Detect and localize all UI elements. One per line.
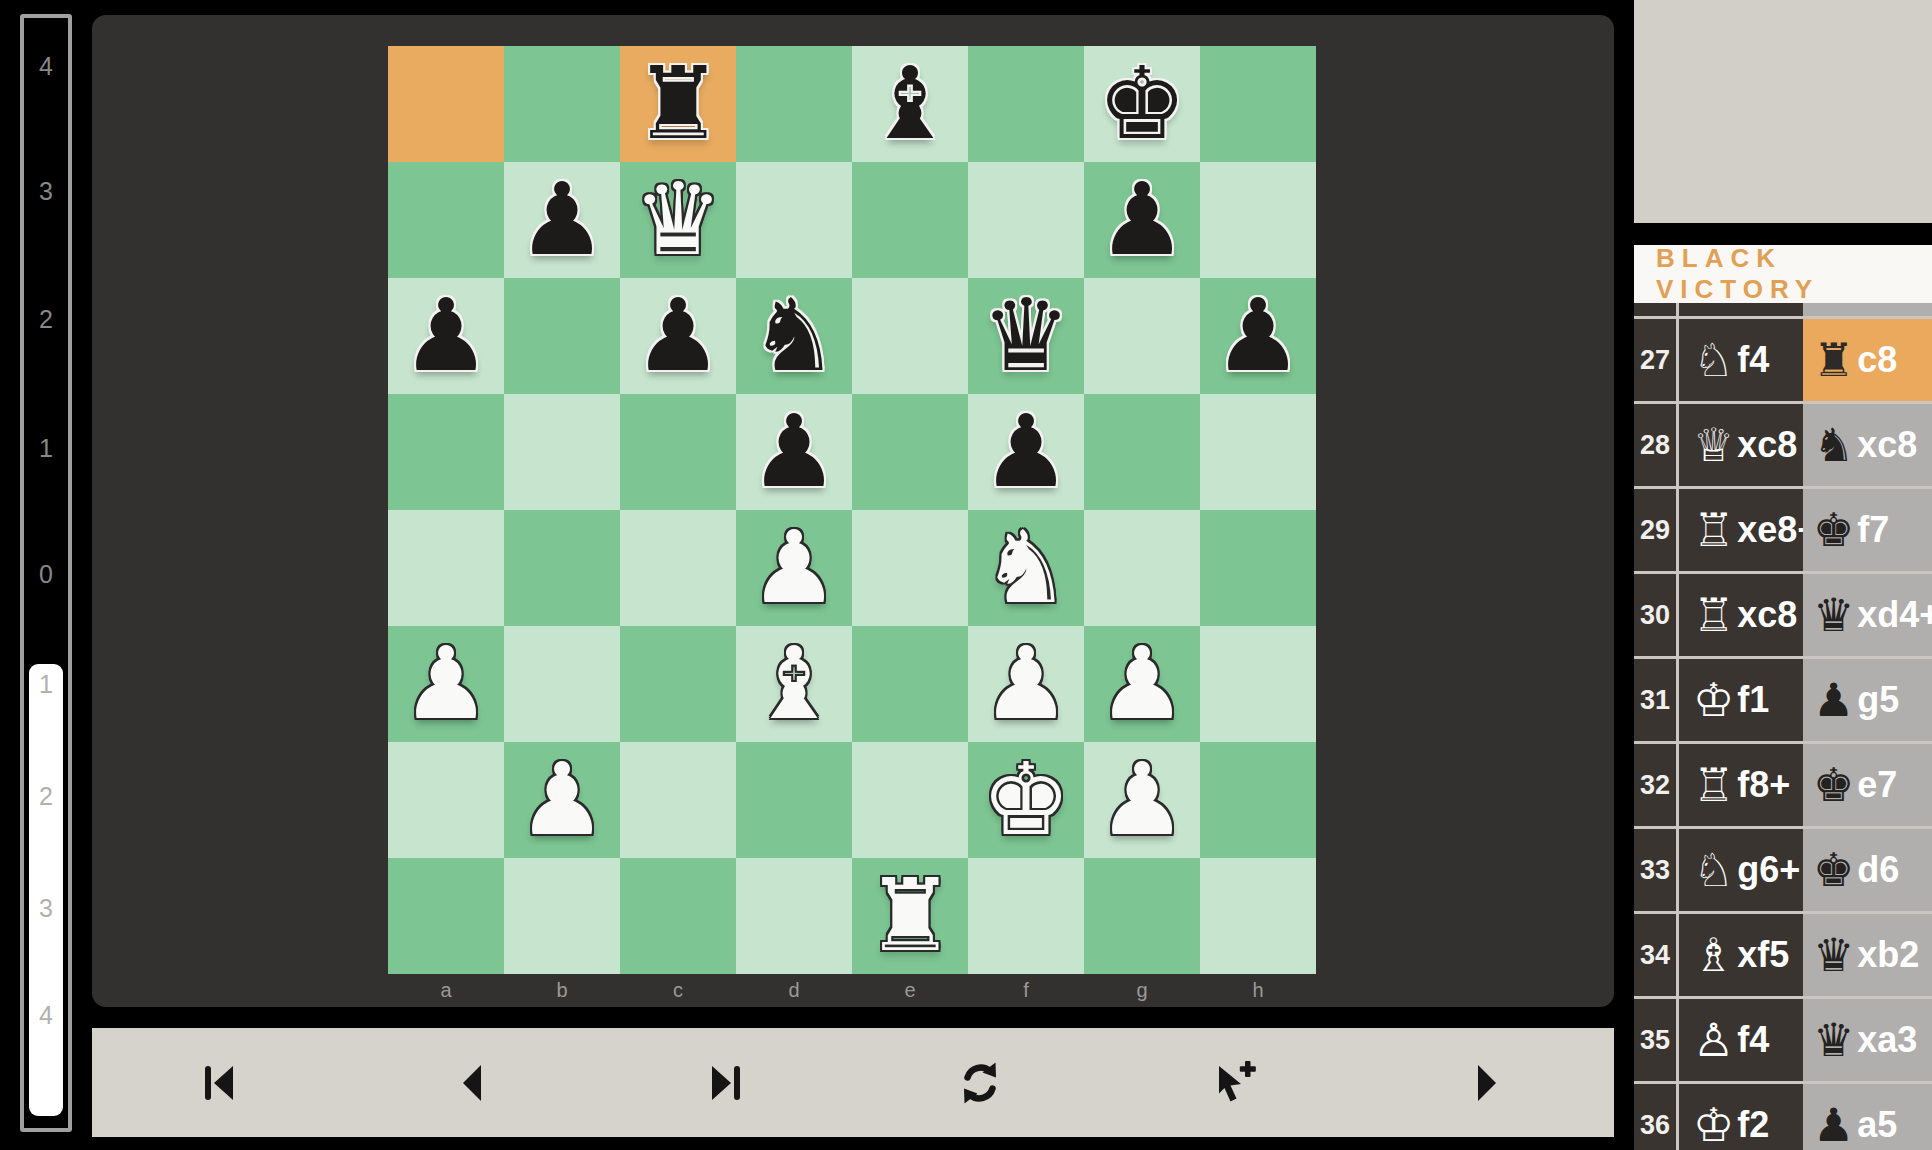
square-e7[interactable]	[852, 162, 968, 278]
white-king-icon: ♔	[1693, 1102, 1734, 1148]
white-queen-icon: ♕	[1693, 422, 1734, 468]
square-e4[interactable]	[852, 510, 968, 626]
skip-to-end-icon	[702, 1059, 750, 1107]
move-text: f4	[1737, 339, 1769, 381]
square-c1[interactable]	[620, 858, 736, 974]
move-row: 27 ♘ f4 ♜ c8	[1634, 319, 1932, 401]
move-row-partial	[1634, 303, 1932, 316]
white-rook-icon: ♖	[1693, 762, 1734, 808]
refresh-button[interactable]	[948, 1051, 1012, 1115]
move-text: f7	[1857, 509, 1889, 551]
move-row: 32 ♖ f8+ ♚ e7	[1634, 744, 1932, 826]
black-pawn: ♟	[401, 278, 491, 394]
black-king-icon: ♚	[1813, 847, 1854, 893]
square-g5[interactable]	[1084, 394, 1200, 510]
square-c2[interactable]	[620, 742, 736, 858]
square-b8[interactable]	[504, 46, 620, 162]
move-number: 33	[1634, 829, 1676, 911]
black-rook-icon: ♜	[1813, 337, 1854, 383]
file-labels: abcdefgh	[388, 976, 1316, 1004]
square-c7[interactable]: ♛	[620, 162, 736, 278]
square-f2[interactable]: ♚	[968, 742, 1084, 858]
square-c4[interactable]	[620, 510, 736, 626]
square-h3[interactable]	[1200, 626, 1316, 742]
move-row: 31 ♔ f1 ♟ g5	[1634, 659, 1932, 741]
square-f8[interactable]	[968, 46, 1084, 162]
square-d5[interactable]: ♟	[736, 394, 852, 510]
move-text: xd4+	[1857, 594, 1932, 636]
black-queen-icon: ♛	[1813, 932, 1854, 978]
square-e5[interactable]	[852, 394, 968, 510]
move-row: 35 ♙ f4 ♛ xa3	[1634, 999, 1932, 1081]
black-king-icon: ♚	[1813, 762, 1854, 808]
move-text: xc8	[1737, 594, 1797, 636]
black-queen: ♛	[981, 278, 1071, 394]
white-pawn: ♟	[749, 510, 839, 626]
black-knight: ♞	[749, 278, 839, 394]
move-row: 28 ♕ xc8 ♞ xc8	[1634, 404, 1932, 486]
black-rook: ♜	[633, 46, 723, 162]
move-text: e7	[1857, 764, 1897, 806]
eval-scale-label: 4	[24, 51, 68, 81]
white-king-icon: ♔	[1693, 677, 1734, 723]
skip-to-start-icon	[195, 1059, 243, 1107]
file-label-a: a	[388, 976, 504, 1004]
move-number: 27	[1634, 319, 1676, 401]
white-knight-icon: ♘	[1693, 847, 1734, 893]
move-text: d6	[1857, 849, 1899, 891]
square-e8[interactable]: ♝	[852, 46, 968, 162]
square-e2[interactable]	[852, 742, 968, 858]
black-bishop: ♝	[865, 46, 955, 162]
white-pawn: ♟	[981, 626, 1071, 742]
square-d6[interactable]: ♞	[736, 278, 852, 394]
square-c8[interactable]: ♜	[620, 46, 736, 162]
white-queen: ♛	[633, 162, 723, 278]
result-banner: BLACK VICTORY	[1634, 245, 1932, 303]
go-to-end-button[interactable]	[694, 1051, 758, 1115]
black-pawn-icon: ♟	[1813, 1102, 1854, 1148]
square-d4[interactable]: ♟	[736, 510, 852, 626]
white-move[interactable]: ♖ f8+	[1679, 744, 1803, 826]
move-text: f8+	[1737, 764, 1790, 806]
move-number: 32	[1634, 744, 1676, 826]
white-move[interactable]: ♗ xf5	[1679, 914, 1803, 996]
white-pawn: ♟	[401, 626, 491, 742]
square-e1[interactable]: ♜	[852, 858, 968, 974]
square-g1[interactable]	[1084, 858, 1200, 974]
square-h5[interactable]	[1200, 394, 1316, 510]
white-bishop: ♝	[749, 626, 839, 742]
black-move[interactable]: ♛ xb2	[1803, 914, 1932, 996]
square-h1[interactable]	[1200, 858, 1316, 974]
black-pawn: ♟	[749, 394, 839, 510]
move-text: g5	[1857, 679, 1899, 721]
white-move[interactable]	[1679, 303, 1803, 316]
square-d8[interactable]	[736, 46, 852, 162]
black-queen-icon: ♛	[1813, 592, 1854, 638]
move-text: xc8	[1857, 424, 1917, 466]
square-b1[interactable]	[504, 858, 620, 974]
square-h4[interactable]	[1200, 510, 1316, 626]
previous-move-icon	[448, 1059, 496, 1107]
white-move[interactable]: ♘ f4	[1679, 319, 1803, 401]
move-text: xf5	[1737, 934, 1789, 976]
move-text: a5	[1857, 1104, 1897, 1146]
white-move[interactable]: ♔ f1	[1679, 659, 1803, 741]
square-a1[interactable]	[388, 858, 504, 974]
black-knight-icon: ♞	[1813, 422, 1854, 468]
white-king: ♚	[981, 742, 1071, 858]
move-number	[1634, 303, 1676, 316]
file-label-b: b	[504, 976, 620, 1004]
white-move[interactable]: ♖ xc8	[1679, 574, 1803, 656]
file-label-h: h	[1200, 976, 1316, 1004]
eval-scale-label: 2	[24, 781, 68, 811]
go-to-start-button[interactable]	[187, 1051, 251, 1115]
eval-scale-label: 3	[24, 893, 68, 923]
square-f1[interactable]	[968, 858, 1084, 974]
evaluation-bar: 4 3 2 1 0 1 2 3 4	[20, 14, 72, 1132]
move-text: f1	[1737, 679, 1769, 721]
square-f3[interactable]: ♟	[968, 626, 1084, 742]
board: ♜♝♚♟♛♟♟♟♞♛♟♟♟♟♞♟♝♟♟♟♚♟♜	[388, 46, 1316, 974]
square-g8[interactable]: ♚	[1084, 46, 1200, 162]
black-king: ♚	[1097, 46, 1187, 162]
cursor-plus-icon	[1209, 1059, 1257, 1107]
square-c5[interactable]	[620, 394, 736, 510]
white-pawn: ♟	[1097, 626, 1187, 742]
white-rook-icon: ♖	[1693, 592, 1734, 638]
white-pawn: ♟	[1097, 742, 1187, 858]
white-move[interactable]: ♘ g6+	[1679, 829, 1803, 911]
square-b3[interactable]	[504, 626, 620, 742]
move-row: 36 ♔ f2 ♟ a5	[1634, 1084, 1932, 1150]
move-text: xc8	[1737, 424, 1797, 466]
square-f4[interactable]: ♞	[968, 510, 1084, 626]
black-move[interactable]: ♞ xc8	[1803, 404, 1932, 486]
square-e6[interactable]	[852, 278, 968, 394]
move-text: f4	[1737, 1019, 1769, 1061]
move-number: 31	[1634, 659, 1676, 741]
square-a5[interactable]	[388, 394, 504, 510]
eval-scale-label: 3	[24, 176, 68, 206]
move-number: 36	[1634, 1084, 1676, 1150]
move-text: g6+	[1737, 849, 1800, 891]
playback-controls	[92, 1028, 1614, 1137]
square-f7[interactable]	[968, 162, 1084, 278]
eval-scale-label: 0	[24, 559, 68, 589]
next-move-button[interactable]	[1455, 1051, 1519, 1115]
move-number: 28	[1634, 404, 1676, 486]
next-move-icon	[1463, 1059, 1511, 1107]
move-number: 35	[1634, 999, 1676, 1081]
white-knight: ♞	[981, 510, 1071, 626]
square-g6[interactable]	[1084, 278, 1200, 394]
move-row: 29 ♖ xe8+ ♚ f7	[1634, 489, 1932, 571]
move-text: f2	[1737, 1104, 1769, 1146]
black-move[interactable]: ♚ d6	[1803, 829, 1932, 911]
file-label-c: c	[620, 976, 736, 1004]
black-pawn: ♟	[1097, 162, 1187, 278]
evaluation-bar-white-fill	[29, 664, 63, 1116]
black-queen-icon: ♛	[1813, 1017, 1854, 1063]
square-c3[interactable]	[620, 626, 736, 742]
square-f5[interactable]: ♟	[968, 394, 1084, 510]
previous-move-button[interactable]	[440, 1051, 504, 1115]
board-panel: 87654321 abcdefgh ♜♝♚♟♛♟♟♟♞♛♟♟♟♟♞♟♝♟♟♟♚♟…	[92, 15, 1614, 1007]
move-number: 29	[1634, 489, 1676, 571]
move-text: xa3	[1857, 1019, 1917, 1061]
move-row: 33 ♘ g6+ ♚ d6	[1634, 829, 1932, 911]
square-b7[interactable]: ♟	[504, 162, 620, 278]
square-a3[interactable]: ♟	[388, 626, 504, 742]
move-list: 27 ♘ f4 ♜ c8 28 ♕ xc8 ♞ xc8 29 ♖ xe8+ ♚ …	[1634, 303, 1932, 1150]
black-king-icon: ♚	[1813, 507, 1854, 553]
square-h6[interactable]: ♟	[1200, 278, 1316, 394]
refresh-icon	[956, 1059, 1004, 1107]
square-g3[interactable]: ♟	[1084, 626, 1200, 742]
eval-scale-label: 2	[24, 304, 68, 334]
square-b5[interactable]	[504, 394, 620, 510]
black-move[interactable]: ♛ xa3	[1803, 999, 1932, 1081]
white-bishop-icon: ♗	[1693, 932, 1734, 978]
white-rook-icon: ♖	[1693, 507, 1734, 553]
white-knight-icon: ♘	[1693, 337, 1734, 383]
white-pawn: ♟	[517, 742, 607, 858]
move-row: 34 ♗ xf5 ♛ xb2	[1634, 914, 1932, 996]
black-move[interactable]: ♛ xd4+	[1803, 574, 1932, 656]
square-d7[interactable]	[736, 162, 852, 278]
black-pawn: ♟	[981, 394, 1071, 510]
select-add-button[interactable]	[1201, 1051, 1265, 1115]
file-label-d: d	[736, 976, 852, 1004]
square-g4[interactable]	[1084, 510, 1200, 626]
white-move[interactable]: ♖ xe8+	[1679, 489, 1803, 571]
white-move[interactable]: ♕ xc8	[1679, 404, 1803, 486]
square-a6[interactable]: ♟	[388, 278, 504, 394]
square-b6[interactable]	[504, 278, 620, 394]
black-move[interactable]: ♚ f7	[1803, 489, 1932, 571]
black-move-current[interactable]: ♜ c8	[1803, 319, 1932, 401]
square-a2[interactable]	[388, 742, 504, 858]
square-e3[interactable]	[852, 626, 968, 742]
square-a8[interactable]	[388, 46, 504, 162]
file-label-g: g	[1084, 976, 1200, 1004]
square-f6[interactable]: ♛	[968, 278, 1084, 394]
square-a7[interactable]	[388, 162, 504, 278]
move-number: 34	[1634, 914, 1676, 996]
square-b2[interactable]: ♟	[504, 742, 620, 858]
square-g2[interactable]: ♟	[1084, 742, 1200, 858]
square-c6[interactable]: ♟	[620, 278, 736, 394]
black-move[interactable]: ♚ e7	[1803, 744, 1932, 826]
square-b4[interactable]	[504, 510, 620, 626]
black-pawn: ♟	[517, 162, 607, 278]
eval-scale-label: 1	[24, 433, 68, 463]
eval-scale-label: 4	[24, 1000, 68, 1030]
black-pawn-icon: ♟	[1813, 677, 1854, 723]
square-d3[interactable]: ♝	[736, 626, 852, 742]
square-h7[interactable]	[1200, 162, 1316, 278]
square-a4[interactable]	[388, 510, 504, 626]
white-rook: ♜	[865, 858, 955, 974]
square-g7[interactable]: ♟	[1084, 162, 1200, 278]
move-row: 30 ♖ xc8 ♛ xd4+	[1634, 574, 1932, 656]
white-pawn-icon: ♙	[1693, 1017, 1734, 1063]
black-move[interactable]: ♟ a5	[1803, 1084, 1932, 1150]
eval-scale-label: 1	[24, 669, 68, 699]
black-move[interactable]	[1803, 303, 1932, 316]
white-move[interactable]: ♙ f4	[1679, 999, 1803, 1081]
black-pawn: ♟	[1213, 278, 1303, 394]
right-top-block	[1634, 0, 1932, 223]
white-move[interactable]: ♔ f2	[1679, 1084, 1803, 1150]
move-number: 30	[1634, 574, 1676, 656]
file-label-e: e	[852, 976, 968, 1004]
square-d2[interactable]	[736, 742, 852, 858]
square-d1[interactable]	[736, 858, 852, 974]
file-label-f: f	[968, 976, 1084, 1004]
square-h8[interactable]	[1200, 46, 1316, 162]
move-text: xb2	[1857, 934, 1919, 976]
black-pawn: ♟	[633, 278, 723, 394]
move-text: c8	[1857, 339, 1897, 381]
black-move[interactable]: ♟ g5	[1803, 659, 1932, 741]
square-h2[interactable]	[1200, 742, 1316, 858]
